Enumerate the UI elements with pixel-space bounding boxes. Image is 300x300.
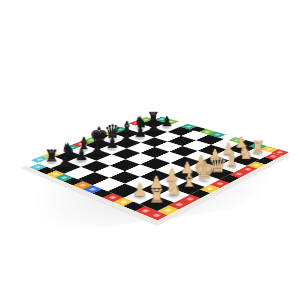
white-rook-glyph: ♜ [141, 187, 173, 206]
black-pawn-glyph: ♟ [51, 154, 80, 169]
scene: ♜♟♟♜♞♟♟♞♝♟♟♝♛♟♟♛♚♟♟♚♝♟♟♝♞♟♟♞♜♟♟♜ [0, 0, 300, 300]
chess-board: ♜♟♟♜♞♟♟♞♝♟♟♝♛♟♟♛♚♟♟♚♝♟♟♝♞♟♟♞♜♟♟♜ [21, 114, 289, 220]
checkerboard: ♜♟♟♜♞♟♟♞♝♟♟♝♛♟♟♛♚♟♟♚♝♟♟♝♞♟♟♞♜♟♟♜ [38, 119, 273, 211]
product-photo-chess-set: ♜♟♟♜♞♟♟♞♝♟♟♝♛♟♟♛♚♟♟♚♝♟♟♝♞♟♟♞♜♟♟♜ [0, 0, 300, 300]
